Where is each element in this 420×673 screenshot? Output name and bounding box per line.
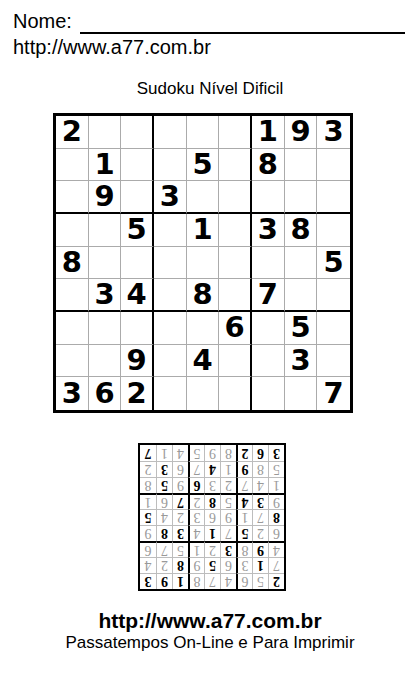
- solution-cell-r2c4: 6: [220, 557, 236, 573]
- puzzle-cell-r7c5[interactable]: [187, 312, 220, 345]
- puzzle-cell-r2c8[interactable]: [285, 149, 318, 182]
- solution-cell-r9c6: 5: [188, 445, 204, 461]
- puzzle-cell-r9c4[interactable]: [154, 377, 187, 410]
- puzzle-cell-r3c6[interactable]: [219, 181, 252, 214]
- puzzle-cell-r2c3[interactable]: [121, 149, 154, 182]
- puzzle-cell-r4c6[interactable]: [219, 214, 252, 247]
- solution-cell-r3c3: 8: [236, 541, 252, 557]
- solution-cell-r6c9: 1: [140, 493, 156, 509]
- puzzle-cell-r7c1[interactable]: [56, 312, 89, 345]
- solution-cell-r5c6: 3: [188, 509, 204, 525]
- solution-cell-r5c2: 7: [252, 509, 268, 525]
- solution-cell-r2c2: 1: [252, 557, 268, 573]
- solution-cell-r2c8: 2: [156, 557, 172, 573]
- solution-cell-r2c9: 4: [140, 557, 156, 573]
- page-title: Sudoku Nível Dificil: [0, 79, 420, 99]
- solution-cell-r4c9: 9: [140, 525, 156, 541]
- solution-cell-r1c4: 4: [220, 573, 236, 589]
- solution-cell-r9c4: 8: [220, 445, 236, 461]
- solution-cell-r3c8: 7: [156, 541, 172, 557]
- solution-cell-r6c2: 3: [252, 493, 268, 509]
- puzzle-cell-r4c2[interactable]: [89, 214, 122, 247]
- footer-tagline: Passatempos On-Line e Para Imprimir: [0, 633, 420, 653]
- solution-cell-r5c4: 9: [220, 509, 236, 525]
- puzzle-cell-r9c6[interactable]: [219, 377, 252, 410]
- puzzle-cell-r9c8[interactable]: [285, 377, 318, 410]
- solution-cell-r2c5: 5: [204, 557, 220, 573]
- name-row: Nome:: [13, 8, 405, 34]
- solution-cell-r9c5: 9: [204, 445, 220, 461]
- puzzle-cell-r4c7: 3: [252, 214, 285, 247]
- sudoku-solution-grid: 2564781937136598244983215766257143898719…: [138, 443, 286, 591]
- puzzle-cell-r1c3[interactable]: [121, 116, 154, 149]
- puzzle-cell-r5c8[interactable]: [285, 247, 318, 280]
- puzzle-cell-r7c7[interactable]: [252, 312, 285, 345]
- solution-cell-r7c7: 9: [172, 477, 188, 493]
- solution-cell-r6c6: 2: [188, 493, 204, 509]
- puzzle-cell-r9c9: 7: [317, 377, 350, 410]
- solution-cell-r1c5: 7: [204, 573, 220, 589]
- solution-cell-r4c1: 6: [268, 525, 284, 541]
- puzzle-cell-r7c3[interactable]: [121, 312, 154, 345]
- solution-cell-r4c4: 7: [220, 525, 236, 541]
- solution-cell-r3c7: 5: [172, 541, 188, 557]
- solution-cell-r7c8: 5: [156, 477, 172, 493]
- solution-cell-r1c8: 9: [156, 573, 172, 589]
- solution-cell-r6c5: 8: [204, 493, 220, 509]
- puzzle-cell-r2c9[interactable]: [317, 149, 350, 182]
- solution-cell-r1c7: 1: [172, 573, 188, 589]
- puzzle-cell-r6c8[interactable]: [285, 279, 318, 312]
- solution-cell-r8c8: 3: [156, 461, 172, 477]
- puzzle-cell-r1c5[interactable]: [187, 116, 220, 149]
- solution-cell-r5c3: 1: [236, 509, 252, 525]
- solution-cell-r7c5: 3: [204, 477, 220, 493]
- solution-cell-r8c9: 2: [140, 461, 156, 477]
- puzzle-cell-r4c3: 5: [121, 214, 154, 247]
- solution-cell-r7c4: 2: [220, 477, 236, 493]
- solution-cell-r9c7: 4: [172, 445, 188, 461]
- puzzle-cell-r8c8: 3: [285, 345, 318, 378]
- puzzle-cell-r5c9: 5: [317, 247, 350, 280]
- solution-cell-r9c9: 7: [140, 445, 156, 461]
- puzzle-cell-r8c9[interactable]: [317, 345, 350, 378]
- puzzle-cell-r8c5: 4: [187, 345, 220, 378]
- solution-cell-r7c9: 8: [140, 477, 156, 493]
- solution-cell-r6c1: 9: [268, 493, 284, 509]
- solution-cell-r4c8: 8: [156, 525, 172, 541]
- puzzle-cell-r6c4[interactable]: [154, 279, 187, 312]
- sudoku-print-page: Nome: http://www.a77.com.br Sudoku Nível…: [0, 0, 420, 673]
- puzzle-cell-r7c6: 6: [219, 312, 252, 345]
- puzzle-cell-r5c7[interactable]: [252, 247, 285, 280]
- puzzle-cell-r6c7: 7: [252, 279, 285, 312]
- puzzle-cell-r5c5[interactable]: [187, 247, 220, 280]
- puzzle-cell-r4c9[interactable]: [317, 214, 350, 247]
- puzzle-cell-r5c3[interactable]: [121, 247, 154, 280]
- puzzle-cell-r3c5[interactable]: [187, 181, 220, 214]
- solution-cell-r9c8: 1: [156, 445, 172, 461]
- puzzle-cell-r5c6[interactable]: [219, 247, 252, 280]
- solution-cell-r8c3: 9: [236, 461, 252, 477]
- name-label: Nome:: [13, 8, 72, 34]
- puzzle-cell-r3c3[interactable]: [121, 181, 154, 214]
- puzzle-cell-r8c6[interactable]: [219, 345, 252, 378]
- puzzle-cell-r5c1: 8: [56, 247, 89, 280]
- puzzle-cell-r1c2[interactable]: [89, 116, 122, 149]
- solution-cell-r2c3: 3: [236, 557, 252, 573]
- puzzle-cell-r6c6[interactable]: [219, 279, 252, 312]
- solution-cell-r5c8: 4: [156, 509, 172, 525]
- solution-cell-r6c7: 7: [172, 493, 188, 509]
- solution-cell-r1c1: 2: [268, 573, 284, 589]
- puzzle-cell-r2c2: 1: [89, 149, 122, 182]
- puzzle-cell-r7c2[interactable]: [89, 312, 122, 345]
- solution-cell-r6c8: 6: [156, 493, 172, 509]
- puzzle-cell-r9c7[interactable]: [252, 377, 285, 410]
- solution-cell-r3c4: 3: [220, 541, 236, 557]
- solution-cell-r8c6: 7: [188, 461, 204, 477]
- solution-cell-r9c2: 6: [252, 445, 268, 461]
- puzzle-cell-r4c8: 8: [285, 214, 318, 247]
- puzzle-cell-r8c4[interactable]: [154, 345, 187, 378]
- solution-cell-r7c2: 4: [252, 477, 268, 493]
- solution-cell-r9c3: 2: [236, 445, 252, 461]
- puzzle-cell-r8c3: 9: [121, 345, 154, 378]
- solution-cell-r1c2: 5: [252, 573, 268, 589]
- puzzle-cell-r5c2[interactable]: [89, 247, 122, 280]
- puzzle-cell-r2c7: 8: [252, 149, 285, 182]
- puzzle-cell-r3c7[interactable]: [252, 181, 285, 214]
- solution-cell-r8c2: 8: [252, 461, 268, 477]
- solution-cell-r5c1: 8: [268, 509, 284, 525]
- solution-cell-r1c3: 6: [236, 573, 252, 589]
- solution-cell-r1c9: 3: [140, 573, 156, 589]
- puzzle-cell-r4c1[interactable]: [56, 214, 89, 247]
- puzzle-cell-r2c5: 5: [187, 149, 220, 182]
- puzzle-cell-r6c2: 3: [89, 279, 122, 312]
- puzzle-cell-r5c4[interactable]: [154, 247, 187, 280]
- puzzle-cell-r1c6[interactable]: [219, 116, 252, 149]
- solution-cell-r7c1: 1: [268, 477, 284, 493]
- solution-cell-r6c4: 5: [220, 493, 236, 509]
- puzzle-cell-r3c8[interactable]: [285, 181, 318, 214]
- puzzle-cell-r8c7[interactable]: [252, 345, 285, 378]
- solution-cell-r8c4: 1: [220, 461, 236, 477]
- solution-cell-r2c1: 7: [268, 557, 284, 573]
- solution-cell-r3c6: 1: [188, 541, 204, 557]
- puzzle-cell-r4c4[interactable]: [154, 214, 187, 247]
- solution-cell-r3c1: 4: [268, 541, 284, 557]
- puzzle-cell-r8c1[interactable]: [56, 345, 89, 378]
- puzzle-cell-r6c1[interactable]: [56, 279, 89, 312]
- solution-cell-r6c3: 4: [236, 493, 252, 509]
- solution-cell-r7c3: 7: [236, 477, 252, 493]
- puzzle-cell-r8c2[interactable]: [89, 345, 122, 378]
- puzzle-cell-r9c5[interactable]: [187, 377, 220, 410]
- puzzle-cell-r1c8: 9: [285, 116, 318, 149]
- solution-cell-r8c5: 4: [204, 461, 220, 477]
- solution-cell-r3c2: 9: [252, 541, 268, 557]
- solution-cell-r8c7: 6: [172, 461, 188, 477]
- puzzle-cell-r7c8: 5: [285, 312, 318, 345]
- solution-cell-r3c9: 6: [140, 541, 156, 557]
- puzzle-cell-r1c4[interactable]: [154, 116, 187, 149]
- puzzle-cell-r9c3: 2: [121, 377, 154, 410]
- solution-cell-r4c5: 1: [204, 525, 220, 541]
- puzzle-cell-r1c1: 2: [56, 116, 89, 149]
- puzzle-cell-r3c4: 3: [154, 181, 187, 214]
- puzzle-cell-r3c2: 9: [89, 181, 122, 214]
- puzzle-cell-r6c9[interactable]: [317, 279, 350, 312]
- puzzle-cell-r6c5: 8: [187, 279, 220, 312]
- puzzle-cell-r2c1[interactable]: [56, 149, 89, 182]
- footer-site-url: http://www.a77.com.br: [0, 609, 420, 633]
- puzzle-cell-r4c5: 1: [187, 214, 220, 247]
- solution-cell-r1c6: 8: [188, 573, 204, 589]
- solution-cell-r2c7: 8: [172, 557, 188, 573]
- puzzle-cell-r9c1: 3: [56, 377, 89, 410]
- sudoku-puzzle-grid: 2193158935138853487659433627: [53, 113, 353, 413]
- name-fill-line[interactable]: [80, 8, 405, 34]
- puzzle-cell-r3c9[interactable]: [317, 181, 350, 214]
- solution-cell-r4c3: 5: [236, 525, 252, 541]
- puzzle-cell-r6c3: 4: [121, 279, 154, 312]
- puzzle-cell-r3c1[interactable]: [56, 181, 89, 214]
- puzzle-cell-r1c7: 1: [252, 116, 285, 149]
- solution-cell-r4c7: 3: [172, 525, 188, 541]
- solution-cell-r3c5: 2: [204, 541, 220, 557]
- header-site-url: http://www.a77.com.br: [13, 36, 211, 59]
- puzzle-cell-r1c9: 3: [317, 116, 350, 149]
- solution-cell-r5c9: 5: [140, 509, 156, 525]
- puzzle-cell-r7c4[interactable]: [154, 312, 187, 345]
- puzzle-cell-r9c2: 6: [89, 377, 122, 410]
- solution-cell-r2c6: 9: [188, 557, 204, 573]
- solution-cell-r4c2: 2: [252, 525, 268, 541]
- solution-cell-r5c5: 6: [204, 509, 220, 525]
- puzzle-cell-r2c4[interactable]: [154, 149, 187, 182]
- solution-cell-r4c6: 4: [188, 525, 204, 541]
- solution-cell-r8c1: 5: [268, 461, 284, 477]
- puzzle-cell-r7c9[interactable]: [317, 312, 350, 345]
- solution-cell-r9c1: 3: [268, 445, 284, 461]
- solution-cell-r7c6: 6: [188, 477, 204, 493]
- solution-cell-r5c7: 2: [172, 509, 188, 525]
- puzzle-cell-r2c6[interactable]: [219, 149, 252, 182]
